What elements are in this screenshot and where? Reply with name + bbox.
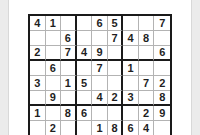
cell-r4c9 [154,61,170,76]
cell-r7c5 [92,106,108,121]
cell-r6c4 [77,91,93,106]
cell-r3c1: 2 [30,46,46,61]
cell-r1c6: 5 [108,16,124,31]
cell-r3c2 [46,46,62,61]
cell-r2c3: 6 [61,31,77,46]
cell-r4c8 [139,61,155,76]
cell-r8c7: 6 [123,121,139,135]
cell-r7c9: 9 [154,106,170,121]
cell-r6c7: 3 [123,91,139,106]
cell-r4c1 [30,61,46,76]
cell-r2c7: 4 [123,31,139,46]
cell-r2c8: 8 [139,31,155,46]
cell-r3c3: 7 [61,46,77,61]
cell-r4c2: 6 [46,61,62,76]
cell-r7c7 [123,106,139,121]
cell-r5c7 [123,76,139,91]
cell-r7c2 [46,106,62,121]
cell-r2c1 [30,31,46,46]
cell-r5c1: 3 [30,76,46,91]
cell-r1c8 [139,16,155,31]
cell-r8c3 [61,121,77,135]
cell-r5c2 [46,76,62,91]
cell-r8c2: 2 [46,121,62,135]
cell-r5c8: 7 [139,76,155,91]
cell-r1c4 [77,16,93,31]
cell-r4c5: 7 [92,61,108,76]
cell-r2c5 [92,31,108,46]
cell-r6c1 [30,91,46,106]
cell-r7c6 [108,106,124,121]
cell-r4c7: 1 [123,61,139,76]
cell-r5c5 [92,76,108,91]
cell-r2c4 [77,31,93,46]
cell-r1c2: 1 [46,16,62,31]
cell-r3c9: 6 [154,46,170,61]
cell-r1c3 [61,16,77,31]
cell-r1c1: 4 [30,16,46,31]
cell-r6c2: 9 [46,91,62,106]
cell-r3c6 [108,46,124,61]
cell-r8c1 [30,121,46,135]
cell-r4c6 [108,61,124,76]
cell-r2c2 [46,31,62,46]
cell-r6c8 [139,91,155,106]
cell-r5c4: 5 [77,76,93,91]
cell-r7c4: 6 [77,106,93,121]
cell-r8c4 [77,121,93,135]
cell-r8c6: 8 [108,121,124,135]
cell-r8c8: 4 [139,121,155,135]
cell-r1c9: 7 [154,16,170,31]
cell-r5c3: 1 [61,76,77,91]
cell-r3c8 [139,46,155,61]
cell-r8c5: 1 [92,121,108,135]
cell-r6c9: 8 [154,91,170,106]
cell-r3c4: 4 [77,46,93,61]
cell-r7c3: 8 [61,106,77,121]
sudoku-grid: 4165767482749667131572942381862921864 [28,14,172,135]
cell-r2c6: 7 [108,31,124,46]
cell-r5c9: 2 [154,76,170,91]
cell-r7c1: 1 [30,106,46,121]
cell-r2c9 [154,31,170,46]
cell-r5c6 [108,76,124,91]
cell-r7c8: 2 [139,106,155,121]
cell-r6c6: 2 [108,91,124,106]
sudoku-page-thumbnail: 4165767482749667131572942381862921864 [0,0,200,135]
cell-r6c3 [61,91,77,106]
cell-r1c7 [123,16,139,31]
cell-r4c4 [77,61,93,76]
cell-r3c5: 9 [92,46,108,61]
cell-r3c7 [123,46,139,61]
cell-r1c5: 6 [92,16,108,31]
cell-r8c9 [154,121,170,135]
cell-r6c5: 4 [92,91,108,106]
cell-r4c3 [61,61,77,76]
